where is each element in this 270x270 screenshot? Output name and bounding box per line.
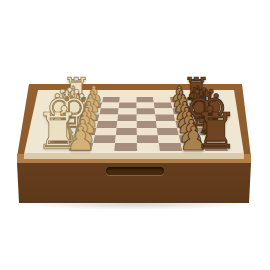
chess-set-photo: ♜♟♟♜♞♟♟♞♝♟♟♝♛♟♟♛♚♟♟♚♝♟♟♝♞♟♟♞♜♟♟♜ [0, 0, 270, 270]
black-rook[interactable]: ♜ [194, 107, 239, 157]
pieces-layer: ♜♟♟♜♞♟♟♞♝♟♟♝♛♟♟♛♚♟♟♚♝♟♟♝♞♟♟♞♜♟♟♜ [0, 0, 270, 270]
white-pawn[interactable]: ♟ [66, 121, 96, 154]
